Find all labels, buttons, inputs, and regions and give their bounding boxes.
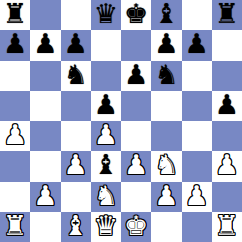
square-b4[interactable] bbox=[30, 121, 60, 151]
piece-black-knight[interactable]: ♞ bbox=[154, 61, 178, 90]
square-h5[interactable]: ♟ bbox=[212, 91, 242, 121]
square-g1[interactable] bbox=[182, 212, 212, 242]
square-a4[interactable]: ♟ bbox=[0, 121, 30, 151]
square-e4[interactable] bbox=[121, 121, 151, 151]
piece-black-knight[interactable]: ♞ bbox=[64, 61, 88, 90]
square-b3[interactable] bbox=[30, 151, 60, 181]
piece-white-knight[interactable]: ♞ bbox=[94, 182, 118, 211]
piece-white-king[interactable]: ♚ bbox=[124, 212, 148, 241]
square-e7[interactable] bbox=[121, 30, 151, 60]
piece-black-pawn[interactable]: ♟ bbox=[154, 30, 178, 59]
square-c6[interactable]: ♞ bbox=[61, 61, 91, 91]
square-a2[interactable] bbox=[0, 182, 30, 212]
piece-black-pawn[interactable]: ♟ bbox=[124, 61, 148, 90]
square-g7[interactable]: ♟ bbox=[182, 30, 212, 60]
square-d5[interactable]: ♟ bbox=[91, 91, 121, 121]
piece-white-pawn[interactable]: ♟ bbox=[215, 151, 239, 180]
square-f2[interactable]: ♟ bbox=[151, 182, 181, 212]
piece-white-pawn[interactable]: ♟ bbox=[154, 182, 178, 211]
square-f7[interactable]: ♟ bbox=[151, 30, 181, 60]
square-f1[interactable] bbox=[151, 212, 181, 242]
square-f5[interactable] bbox=[151, 91, 181, 121]
piece-white-pawn[interactable]: ♟ bbox=[185, 182, 209, 211]
square-a5[interactable] bbox=[0, 91, 30, 121]
square-a7[interactable]: ♟ bbox=[0, 30, 30, 60]
square-d2[interactable]: ♞ bbox=[91, 182, 121, 212]
square-f6[interactable]: ♞ bbox=[151, 61, 181, 91]
piece-white-pawn[interactable]: ♟ bbox=[64, 151, 88, 180]
square-f4[interactable] bbox=[151, 121, 181, 151]
square-e2[interactable] bbox=[121, 182, 151, 212]
square-h7[interactable] bbox=[212, 30, 242, 60]
square-f3[interactable]: ♞ bbox=[151, 151, 181, 181]
piece-white-rook[interactable]: ♜ bbox=[3, 212, 27, 241]
square-e3[interactable]: ♟ bbox=[121, 151, 151, 181]
square-h4[interactable] bbox=[212, 121, 242, 151]
square-d8[interactable]: ♛ bbox=[91, 0, 121, 30]
square-g2[interactable]: ♟ bbox=[182, 182, 212, 212]
square-e5[interactable] bbox=[121, 91, 151, 121]
square-b6[interactable] bbox=[30, 61, 60, 91]
square-c4[interactable] bbox=[61, 121, 91, 151]
piece-black-pawn[interactable]: ♟ bbox=[64, 30, 88, 59]
square-h3[interactable]: ♟ bbox=[212, 151, 242, 181]
square-c2[interactable] bbox=[61, 182, 91, 212]
piece-white-pawn[interactable]: ♟ bbox=[94, 121, 118, 150]
square-e8[interactable]: ♚ bbox=[121, 0, 151, 30]
square-g8[interactable] bbox=[182, 0, 212, 30]
piece-white-rook[interactable]: ♜ bbox=[215, 212, 239, 241]
square-a8[interactable]: ♜ bbox=[0, 0, 30, 30]
piece-black-rook[interactable]: ♜ bbox=[215, 0, 239, 29]
square-a1[interactable]: ♜ bbox=[0, 212, 30, 242]
square-d7[interactable] bbox=[91, 30, 121, 60]
square-e1[interactable]: ♚ bbox=[121, 212, 151, 242]
square-b8[interactable] bbox=[30, 0, 60, 30]
square-h6[interactable] bbox=[212, 61, 242, 91]
piece-black-rook[interactable]: ♜ bbox=[3, 0, 27, 29]
piece-white-pawn[interactable]: ♟ bbox=[3, 121, 27, 150]
piece-black-queen[interactable]: ♛ bbox=[94, 0, 118, 29]
piece-black-pawn[interactable]: ♟ bbox=[94, 91, 118, 120]
square-b1[interactable] bbox=[30, 212, 60, 242]
square-c3[interactable]: ♟ bbox=[61, 151, 91, 181]
piece-white-knight[interactable]: ♞ bbox=[154, 151, 178, 180]
square-g4[interactable] bbox=[182, 121, 212, 151]
piece-black-king[interactable]: ♚ bbox=[124, 0, 148, 29]
square-g3[interactable] bbox=[182, 151, 212, 181]
piece-white-pawn[interactable]: ♟ bbox=[33, 182, 57, 211]
piece-white-queen[interactable]: ♛ bbox=[94, 212, 118, 241]
square-h2[interactable] bbox=[212, 182, 242, 212]
piece-black-pawn[interactable]: ♟ bbox=[33, 30, 57, 59]
square-d4[interactable]: ♟ bbox=[91, 121, 121, 151]
square-h8[interactable]: ♜ bbox=[212, 0, 242, 30]
square-d3[interactable]: ♝ bbox=[91, 151, 121, 181]
square-g6[interactable] bbox=[182, 61, 212, 91]
piece-black-bishop[interactable]: ♝ bbox=[94, 151, 118, 180]
piece-black-pawn[interactable]: ♟ bbox=[215, 91, 239, 120]
square-a6[interactable] bbox=[0, 61, 30, 91]
square-c1[interactable]: ♝ bbox=[61, 212, 91, 242]
piece-black-pawn[interactable]: ♟ bbox=[185, 30, 209, 59]
square-c5[interactable] bbox=[61, 91, 91, 121]
square-e6[interactable]: ♟ bbox=[121, 61, 151, 91]
chess-board: ♜♛♚♝♜♟♟♟♟♟♞♟♞♟♟♟♟♟♝♟♞♟♟♞♟♟♜♝♛♚♜ bbox=[0, 0, 242, 242]
square-b2[interactable]: ♟ bbox=[30, 182, 60, 212]
square-c7[interactable]: ♟ bbox=[61, 30, 91, 60]
square-d6[interactable] bbox=[91, 61, 121, 91]
square-h1[interactable]: ♜ bbox=[212, 212, 242, 242]
piece-black-bishop[interactable]: ♝ bbox=[154, 0, 178, 29]
square-f8[interactable]: ♝ bbox=[151, 0, 181, 30]
square-a3[interactable] bbox=[0, 151, 30, 181]
square-b7[interactable]: ♟ bbox=[30, 30, 60, 60]
square-b5[interactable] bbox=[30, 91, 60, 121]
piece-white-pawn[interactable]: ♟ bbox=[124, 151, 148, 180]
piece-white-bishop[interactable]: ♝ bbox=[64, 212, 88, 241]
square-g5[interactable] bbox=[182, 91, 212, 121]
square-c8[interactable] bbox=[61, 0, 91, 30]
square-d1[interactable]: ♛ bbox=[91, 212, 121, 242]
piece-black-pawn[interactable]: ♟ bbox=[3, 30, 27, 59]
